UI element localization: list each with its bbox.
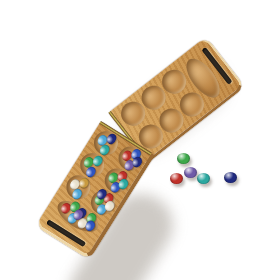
table-surface bbox=[0, 0, 280, 280]
loose-gem-teal[interactable] bbox=[197, 173, 210, 184]
loose-gem-purple[interactable] bbox=[184, 167, 197, 178]
loose-gem-green[interactable] bbox=[177, 153, 190, 164]
loose-gem-red[interactable] bbox=[170, 173, 183, 184]
loose-gem-darkblue[interactable] bbox=[224, 172, 237, 183]
